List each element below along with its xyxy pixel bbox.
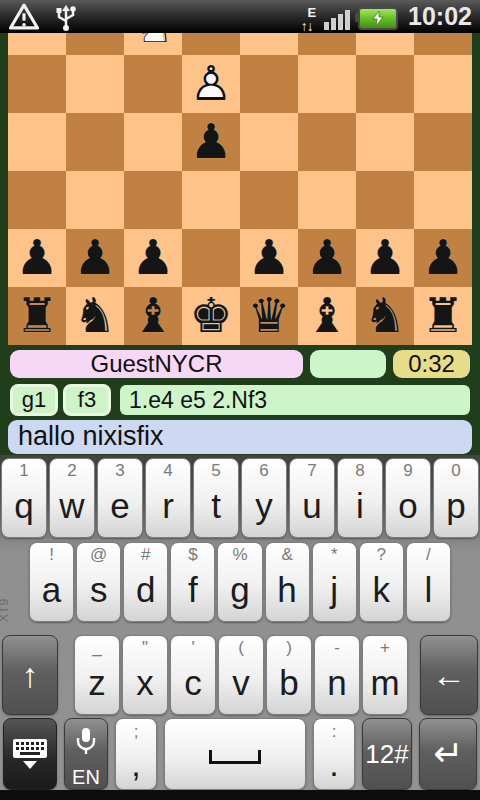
key-sublabel: " — [142, 636, 148, 659]
key-sublabel: 4 — [163, 459, 172, 482]
phone-screen: E ↑↓ 10:02 ♜♖♝♗♚♔♛♕♝♗♞♘♜♖♟♙♟♙♟♙♟♙♟♙♟♙♟♙♞… — [0, 0, 480, 800]
key-sublabel: / — [426, 543, 431, 566]
white-knight-piece[interactable]: ♞♘ — [124, 33, 182, 55]
key-sublabel: _ — [92, 636, 101, 659]
key-m[interactable]: +m — [362, 635, 408, 715]
key-space[interactable] — [164, 718, 306, 790]
key-sublabel: - — [334, 636, 340, 659]
square-h5[interactable] — [8, 113, 66, 171]
square-c5[interactable] — [298, 113, 356, 171]
key-main-label: . — [329, 745, 338, 783]
square-a8[interactable]: ♜ — [414, 287, 472, 345]
square-e4[interactable]: ♟♙ — [182, 55, 240, 113]
square-d4[interactable] — [240, 55, 298, 113]
signal-strength-icon — [324, 10, 350, 33]
key-main-label: d — [136, 566, 155, 614]
key-h[interactable]: &h — [265, 542, 310, 622]
chat-input[interactable]: hallo nixisfix — [8, 420, 472, 454]
key-sublabel: 1 — [19, 459, 28, 482]
key-main-label: m — [370, 659, 399, 707]
xt9-label: XT9 — [0, 599, 11, 623]
key-mic[interactable]: EN — [64, 718, 108, 790]
key-sublabel: ! — [49, 543, 54, 566]
battery-charging-icon — [358, 7, 398, 30]
black-pawn-piece[interactable]: ♟ — [298, 229, 356, 287]
key-o[interactable]: 9o — [385, 458, 431, 538]
black-knight-piece[interactable]: ♞ — [66, 287, 124, 345]
square-f6[interactable] — [124, 171, 182, 229]
status-bar-right: E ↑↓ 10:02 — [297, 0, 472, 33]
key-main-label: k — [373, 566, 391, 614]
key-main-label: h — [277, 566, 296, 614]
square-f8[interactable]: ♝ — [124, 287, 182, 345]
square-e7[interactable] — [182, 229, 240, 287]
data-up-down-arrows: ↑↓ — [301, 19, 313, 33]
square-d5[interactable] — [240, 113, 298, 171]
key-sublabel: 2 — [67, 459, 76, 482]
key-main-label: w — [59, 482, 84, 530]
square-c7[interactable]: ♟ — [298, 229, 356, 287]
key-sublabel: 0 — [451, 459, 460, 482]
edge-data-arrows-icon: E ↑↓ — [297, 6, 316, 33]
black-pawn-piece[interactable]: ♟ — [124, 229, 182, 287]
key-main-label: u — [302, 482, 321, 530]
square-a7[interactable]: ♟ — [414, 229, 472, 287]
key-sublabel: : — [332, 719, 337, 745]
key-v[interactable]: (v — [218, 635, 264, 715]
key-hide-keyboard[interactable] — [3, 718, 57, 790]
square-c6[interactable] — [298, 171, 356, 229]
black-bishop-piece[interactable]: ♝ — [124, 287, 182, 345]
square-e6[interactable] — [182, 171, 240, 229]
square-g3[interactable] — [66, 33, 124, 55]
key-sublabel: 3 — [115, 459, 124, 482]
key-t[interactable]: 5t — [193, 458, 239, 538]
black-rook-piece[interactable]: ♜ — [414, 287, 472, 345]
square-b7[interactable]: ♟ — [356, 229, 414, 287]
key-sublabel: ) — [286, 636, 292, 659]
key-e[interactable]: 3e — [97, 458, 143, 538]
square-f5[interactable] — [124, 113, 182, 171]
key-enter[interactable]: ↵ — [419, 718, 477, 790]
number-row: 1q2w3e4r5t6y7u8i9o0p — [1, 458, 479, 538]
key-main-label: g — [230, 566, 249, 614]
black-pawn-piece[interactable]: ♟ — [356, 229, 414, 287]
square-g5[interactable] — [66, 113, 124, 171]
action-row: EN;,:.12#↵ — [3, 718, 477, 790]
square-g8[interactable]: ♞ — [66, 287, 124, 345]
key-label: 12# — [365, 739, 408, 770]
square-f4[interactable] — [124, 55, 182, 113]
key-symbols[interactable]: 12# — [362, 718, 412, 790]
key-main-label: q — [14, 482, 33, 530]
virtual-keyboard: XT9 1q2w3e4r5t6y7u8i9o0p!a@s#d$f%g&h*j?k… — [0, 455, 480, 800]
status-bar-clock: 10:02 — [408, 0, 472, 33]
usb-icon — [54, 2, 78, 32]
key-u[interactable]: 7u — [289, 458, 335, 538]
key-sublabel: 6 — [259, 459, 268, 482]
chess-board[interactable]: ♜♖♝♗♚♔♛♕♝♗♞♘♜♖♟♙♟♙♟♙♟♙♟♙♟♙♟♙♞♘♟♙♟♟♟♟♟♟♟♟… — [8, 33, 472, 345]
key-shift[interactable]: ↑ — [2, 635, 58, 715]
square-e3[interactable] — [182, 33, 240, 55]
key-n[interactable]: -n — [314, 635, 360, 715]
square-b4[interactable] — [356, 55, 414, 113]
key-l[interactable]: /l — [406, 542, 451, 622]
key-sublabel: ; — [134, 719, 139, 745]
black-pawn-piece[interactable]: ♟ — [414, 229, 472, 287]
black-bishop-piece[interactable]: ♝ — [298, 287, 356, 345]
key-main-label: i — [356, 482, 364, 530]
black-pawn-piece[interactable]: ♟ — [8, 229, 66, 287]
key-main-label: r — [162, 482, 174, 530]
square-h4[interactable] — [8, 55, 66, 113]
key-main-label: l — [425, 566, 433, 614]
key-sublabel: 5 — [211, 459, 220, 482]
square-h7[interactable]: ♟ — [8, 229, 66, 287]
key-x[interactable]: "x — [122, 635, 168, 715]
key-main-label: y — [255, 482, 273, 530]
key-sublabel: + — [380, 636, 390, 659]
key-sublabel: 8 — [355, 459, 364, 482]
key-main-label: , — [131, 745, 140, 783]
key-i[interactable]: 8i — [337, 458, 383, 538]
bottom-bezel — [0, 790, 480, 800]
key-period[interactable]: :. — [313, 718, 355, 790]
square-f7[interactable]: ♟ — [124, 229, 182, 287]
status-bar-left — [8, 2, 78, 32]
square-f3[interactable]: ♞♘ — [124, 33, 182, 55]
status-box — [310, 350, 386, 378]
key-b[interactable]: )b — [266, 635, 312, 715]
key-g[interactable]: %g — [217, 542, 262, 622]
square-a4[interactable] — [414, 55, 472, 113]
square-a3[interactable] — [414, 33, 472, 55]
key-sublabel: ( — [238, 636, 244, 659]
home-row: !a@s#d$f%g&h*j?k/l — [29, 542, 451, 622]
square-h6[interactable] — [8, 171, 66, 229]
key-comma[interactable]: ;, — [115, 718, 157, 790]
square-g6[interactable] — [66, 171, 124, 229]
chat-row: hallo nixisfix — [0, 418, 480, 455]
black-pawn-piece[interactable]: ♟ — [182, 113, 240, 171]
key-label: EN — [72, 765, 100, 789]
square-b8[interactable]: ♞ — [356, 287, 414, 345]
key-main-label: e — [110, 482, 129, 530]
key-sublabel: # — [141, 543, 150, 566]
key-main-label: x — [136, 659, 154, 707]
square-e8[interactable]: ♚ — [182, 287, 240, 345]
square-h8[interactable]: ♜ — [8, 287, 66, 345]
warning-triangle-icon — [8, 3, 40, 30]
key-j[interactable]: *j — [312, 542, 357, 622]
key-sublabel: ' — [191, 636, 194, 659]
key-backspace[interactable]: ← — [420, 635, 478, 715]
square-g7[interactable]: ♟ — [66, 229, 124, 287]
square-h3[interactable] — [8, 33, 66, 55]
square-c8[interactable]: ♝ — [298, 287, 356, 345]
key-main-label: v — [232, 659, 250, 707]
square-a6[interactable] — [414, 171, 472, 229]
key-w[interactable]: 2w — [49, 458, 95, 538]
key-main-label: z — [88, 659, 106, 707]
key-sublabel: * — [331, 543, 338, 566]
black-queen-piece[interactable]: ♛ — [240, 287, 298, 345]
key-k[interactable]: ?k — [359, 542, 404, 622]
key-main-label: b — [279, 659, 298, 707]
black-knight-piece[interactable]: ♞ — [356, 287, 414, 345]
square-g4[interactable] — [66, 55, 124, 113]
key-sublabel: 7 — [307, 459, 316, 482]
black-rook-piece[interactable]: ♜ — [8, 287, 66, 345]
key-sublabel: @ — [90, 543, 107, 566]
key-main-label: j — [330, 566, 338, 614]
square-a5[interactable] — [414, 113, 472, 171]
key-s[interactable]: @s — [76, 542, 121, 622]
move-list: 1.e4 e5 2.Nf3 — [120, 385, 470, 415]
key-sublabel: & — [281, 543, 292, 566]
key-main-label: f — [188, 566, 198, 614]
square-d6[interactable] — [240, 171, 298, 229]
square-d3[interactable] — [240, 33, 298, 55]
opponent-clock: 0:32 — [393, 350, 470, 378]
key-z[interactable]: _z — [74, 635, 120, 715]
key-f[interactable]: $f — [170, 542, 215, 622]
black-king-piece[interactable]: ♚ — [182, 287, 240, 345]
key-main-label: n — [327, 659, 346, 707]
opponent-bar: GuestNYCR 0:32 — [0, 345, 480, 382]
key-sublabel: % — [232, 543, 247, 566]
key-main-label: o — [398, 482, 417, 530]
key-c[interactable]: 'c — [170, 635, 216, 715]
last-move-to-button[interactable]: f3 — [63, 384, 111, 416]
square-b5[interactable] — [356, 113, 414, 171]
opponent-name: GuestNYCR — [10, 350, 303, 378]
move-row: g1 f3 1.e4 e5 2.Nf3 — [0, 382, 480, 418]
key-main-label: p — [446, 482, 465, 530]
black-pawn-piece[interactable]: ♟ — [66, 229, 124, 287]
letter-row: ↑_z"x'c(v)b-n+m← — [2, 635, 478, 715]
last-move-from-button[interactable]: g1 — [10, 384, 58, 416]
key-p[interactable]: 0p — [433, 458, 479, 538]
square-b6[interactable] — [356, 171, 414, 229]
key-main-label: c — [184, 659, 202, 707]
square-c3[interactable] — [298, 33, 356, 55]
key-sublabel: ? — [377, 543, 386, 566]
square-e5[interactable]: ♟ — [182, 113, 240, 171]
key-r[interactable]: 4r — [145, 458, 191, 538]
key-sublabel: $ — [188, 543, 197, 566]
square-d7[interactable]: ♟ — [240, 229, 298, 287]
key-sublabel: 9 — [403, 459, 412, 482]
black-pawn-piece[interactable]: ♟ — [240, 229, 298, 287]
square-c4[interactable] — [298, 55, 356, 113]
white-pawn-piece[interactable]: ♟♙ — [182, 55, 240, 113]
square-b3[interactable] — [356, 33, 414, 55]
square-d8[interactable]: ♛ — [240, 287, 298, 345]
key-main-label: s — [90, 566, 108, 614]
key-d[interactable]: #d — [123, 542, 168, 622]
key-q[interactable]: 1q — [1, 458, 47, 538]
key-y[interactable]: 6y — [241, 458, 287, 538]
key-a[interactable]: !a — [29, 542, 74, 622]
status-bar: E ↑↓ 10:02 — [0, 0, 480, 33]
board-viewport: ♜♖♝♗♚♔♛♕♝♗♞♘♜♖♟♙♟♙♟♙♟♙♟♙♟♙♟♙♞♘♟♙♟♟♟♟♟♟♟♟… — [0, 33, 480, 345]
key-main-label: t — [211, 482, 221, 530]
key-main-label: a — [42, 566, 61, 614]
